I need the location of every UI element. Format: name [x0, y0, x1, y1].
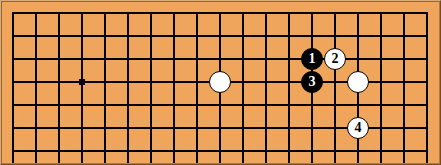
- stone-white-4: 4: [347, 117, 369, 139]
- move-number-label: 4: [355, 121, 362, 135]
- board-frame: 1234: [1, 1, 440, 164]
- go-board: 1234: [2, 2, 439, 163]
- grid-line-horizontal: [12, 104, 428, 106]
- move-number-label: 3: [309, 75, 316, 89]
- grid-line-horizontal: [12, 12, 428, 14]
- stone-white: [209, 71, 231, 93]
- grid-line-horizontal: [12, 58, 428, 60]
- go-diagram: 1234: [0, 0, 441, 165]
- grid-line-horizontal: [12, 150, 428, 152]
- move-number-label: 1: [309, 52, 316, 66]
- star-point: [79, 79, 85, 85]
- grid-line-horizontal: [12, 35, 428, 37]
- stone-white-2: 2: [324, 48, 346, 70]
- stone-black-3: 3: [301, 71, 323, 93]
- stone-black-1: 1: [301, 48, 323, 70]
- move-number-label: 2: [332, 52, 339, 66]
- stone-white: [347, 71, 369, 93]
